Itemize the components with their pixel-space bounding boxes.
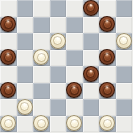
light-piece[interactable] — [33, 49, 49, 65]
square-r6c6 — [99, 99, 116, 116]
dark-piece[interactable] — [99, 82, 115, 98]
checkers-board — [0, 0, 132, 132]
light-piece[interactable] — [33, 115, 49, 131]
square-r1c3 — [50, 17, 67, 34]
square-r2c0 — [0, 33, 17, 50]
square-r3c6[interactable] — [99, 50, 116, 67]
square-r6c3[interactable] — [50, 99, 67, 116]
square-r4c2 — [33, 66, 50, 83]
square-r4c0 — [0, 66, 17, 83]
square-r7c5 — [83, 116, 100, 133]
square-r5c0[interactable] — [0, 83, 17, 100]
square-r7c1 — [17, 116, 34, 133]
light-piece[interactable] — [99, 115, 115, 131]
square-r5c7 — [116, 83, 133, 100]
light-piece[interactable] — [0, 115, 16, 131]
square-r6c2 — [33, 99, 50, 116]
square-r0c2 — [33, 0, 50, 17]
square-r2c6 — [99, 33, 116, 50]
dark-piece[interactable] — [99, 16, 115, 32]
dark-piece[interactable] — [83, 66, 99, 82]
square-r1c6[interactable] — [99, 17, 116, 34]
square-r1c4[interactable] — [66, 17, 83, 34]
square-r0c4 — [66, 0, 83, 17]
square-r6c1[interactable] — [17, 99, 34, 116]
light-piece[interactable] — [116, 33, 132, 49]
square-r7c7 — [116, 116, 133, 133]
square-r3c7 — [116, 50, 133, 67]
dark-piece[interactable] — [99, 49, 115, 65]
square-r1c2[interactable] — [33, 17, 50, 34]
square-r7c3 — [50, 116, 67, 133]
dark-piece[interactable] — [0, 49, 16, 65]
square-r6c5[interactable] — [83, 99, 100, 116]
light-piece[interactable] — [17, 99, 33, 115]
square-r2c2 — [33, 33, 50, 50]
square-r1c1 — [17, 17, 34, 34]
square-r5c3 — [50, 83, 67, 100]
square-r2c4 — [66, 33, 83, 50]
square-r4c3[interactable] — [50, 66, 67, 83]
square-r3c5 — [83, 50, 100, 67]
square-r4c6 — [99, 66, 116, 83]
square-r4c1[interactable] — [17, 66, 34, 83]
square-r7c4[interactable] — [66, 116, 83, 133]
square-r1c5 — [83, 17, 100, 34]
square-r6c0 — [0, 99, 17, 116]
square-r3c2[interactable] — [33, 50, 50, 67]
square-r4c4 — [66, 66, 83, 83]
square-r7c0[interactable] — [0, 116, 17, 133]
square-r2c5[interactable] — [83, 33, 100, 50]
square-r1c0[interactable] — [0, 17, 17, 34]
square-r7c6[interactable] — [99, 116, 116, 133]
dark-piece[interactable] — [66, 82, 82, 98]
square-r2c7[interactable] — [116, 33, 133, 50]
dark-piece[interactable] — [0, 16, 16, 32]
dark-piece[interactable] — [0, 82, 16, 98]
light-piece[interactable] — [50, 33, 66, 49]
square-r0c6 — [99, 0, 116, 17]
square-r2c1[interactable] — [17, 33, 34, 50]
square-r5c1 — [17, 83, 34, 100]
square-r5c6[interactable] — [99, 83, 116, 100]
square-r5c2[interactable] — [33, 83, 50, 100]
square-r0c7[interactable] — [116, 0, 133, 17]
square-r3c0[interactable] — [0, 50, 17, 67]
square-r3c1 — [17, 50, 34, 67]
square-r0c0 — [0, 0, 17, 17]
square-r0c3[interactable] — [50, 0, 67, 17]
square-r5c4[interactable] — [66, 83, 83, 100]
square-r3c4[interactable] — [66, 50, 83, 67]
square-r5c5 — [83, 83, 100, 100]
square-r4c7[interactable] — [116, 66, 133, 83]
square-r0c1[interactable] — [17, 0, 34, 17]
square-r2c3[interactable] — [50, 33, 67, 50]
dark-piece[interactable] — [83, 0, 99, 16]
square-r7c2[interactable] — [33, 116, 50, 133]
square-r1c7 — [116, 17, 133, 34]
light-piece[interactable] — [66, 115, 82, 131]
square-r4c5[interactable] — [83, 66, 100, 83]
square-r3c3 — [50, 50, 67, 67]
square-r6c4 — [66, 99, 83, 116]
square-r6c7[interactable] — [116, 99, 133, 116]
square-r0c5[interactable] — [83, 0, 100, 17]
